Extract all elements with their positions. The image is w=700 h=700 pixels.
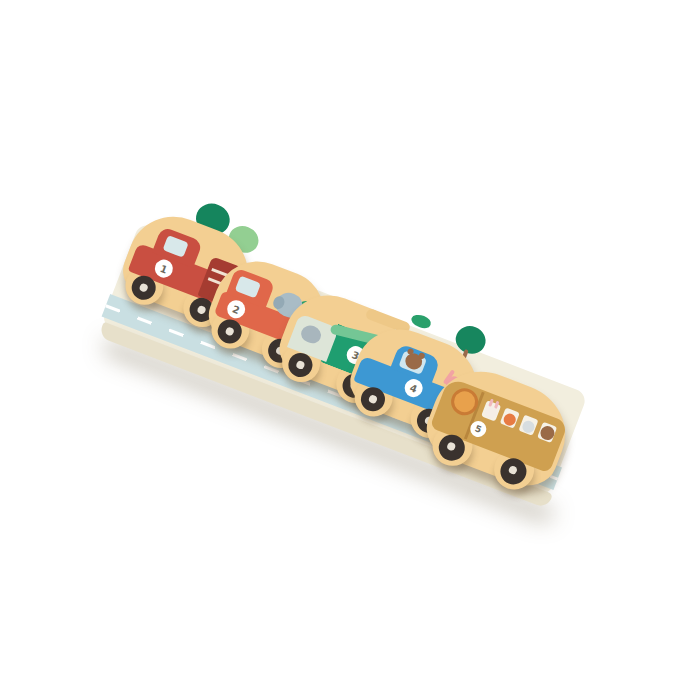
small-bush-icon — [410, 312, 433, 330]
product-photo: 1 2 — [0, 0, 700, 700]
wheel-hub — [446, 441, 456, 451]
wheel-hub — [508, 465, 518, 475]
wheel-hub — [196, 305, 206, 315]
puzzle-board: 1 2 — [101, 222, 589, 497]
wheel-hub — [295, 360, 305, 370]
wheel-hub — [225, 326, 235, 336]
wheel-hub — [139, 283, 149, 293]
wheel-hub — [368, 394, 378, 404]
